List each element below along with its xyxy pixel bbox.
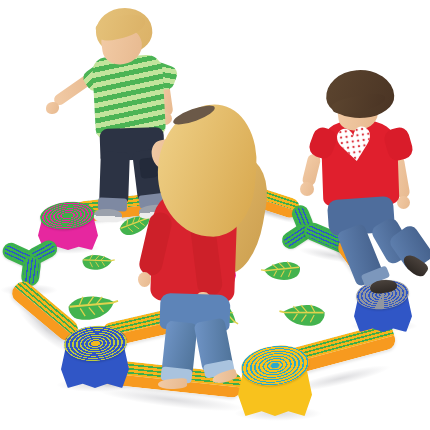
scene: ♥ bbox=[0, 0, 430, 430]
boy-leg-left bbox=[99, 152, 130, 205]
child-girl-center bbox=[130, 104, 285, 396]
leaf-pad bbox=[79, 246, 116, 278]
leaf-pad bbox=[65, 291, 119, 326]
girl-right-fist-left bbox=[300, 182, 314, 196]
boy-hand-left bbox=[46, 102, 59, 114]
boy-shoe-left bbox=[94, 208, 123, 222]
girl-center-hand-left bbox=[138, 272, 151, 287]
child-girl-right: ♥ bbox=[292, 70, 430, 320]
stump-blue-left bbox=[61, 326, 129, 388]
heart-print: ♥ bbox=[331, 119, 378, 170]
girl-center-foot-front bbox=[158, 378, 188, 390]
